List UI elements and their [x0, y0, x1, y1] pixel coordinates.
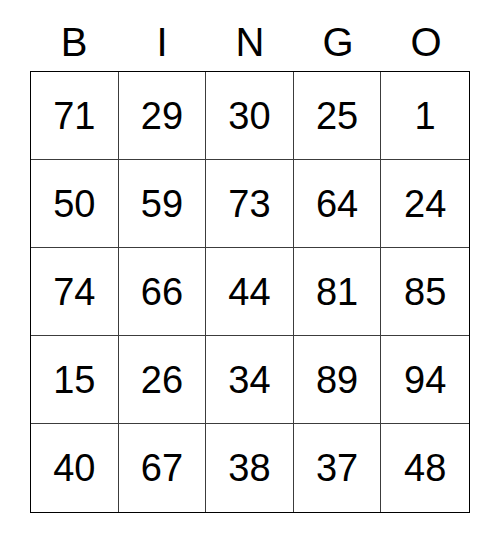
cell-r3c1[interactable]: 74	[31, 248, 119, 336]
cell-r1c5[interactable]: 1	[381, 72, 469, 160]
cell-r3c3[interactable]: 44	[206, 248, 294, 336]
cell-r2c1[interactable]: 50	[31, 160, 119, 248]
cell-r4c3[interactable]: 34	[206, 336, 294, 424]
column-letter-n: N	[206, 16, 294, 68]
cell-r1c4[interactable]: 25	[294, 72, 382, 160]
cell-r1c1[interactable]: 71	[31, 72, 119, 160]
column-letter-g: G	[294, 16, 382, 68]
cell-r4c2[interactable]: 26	[119, 336, 207, 424]
cell-r4c1[interactable]: 15	[31, 336, 119, 424]
cell-r1c3[interactable]: 30	[206, 72, 294, 160]
cell-r3c5[interactable]: 85	[381, 248, 469, 336]
cell-r5c3[interactable]: 38	[206, 424, 294, 512]
cell-r4c5[interactable]: 94	[381, 336, 469, 424]
cell-r2c4[interactable]: 64	[294, 160, 382, 248]
cell-r4c4[interactable]: 89	[294, 336, 382, 424]
cell-r5c4[interactable]: 37	[294, 424, 382, 512]
cell-r3c4[interactable]: 81	[294, 248, 382, 336]
cell-r2c5[interactable]: 24	[381, 160, 469, 248]
cell-r5c1[interactable]: 40	[31, 424, 119, 512]
cell-r2c2[interactable]: 59	[119, 160, 207, 248]
column-letter-o: O	[382, 16, 470, 68]
column-letter-i: I	[118, 16, 206, 68]
cell-r5c5[interactable]: 48	[381, 424, 469, 512]
column-letter-b: B	[30, 16, 118, 68]
cell-r5c2[interactable]: 67	[119, 424, 207, 512]
bingo-header: B I N G O	[30, 16, 470, 68]
cell-r2c3[interactable]: 73	[206, 160, 294, 248]
cell-r3c2[interactable]: 66	[119, 248, 207, 336]
bingo-card: B I N G O 71 29 30 25 1 50 59 73 64 24 7…	[0, 0, 500, 544]
bingo-grid: 71 29 30 25 1 50 59 73 64 24 74 66 44 81…	[30, 71, 470, 513]
cell-r1c2[interactable]: 29	[119, 72, 207, 160]
